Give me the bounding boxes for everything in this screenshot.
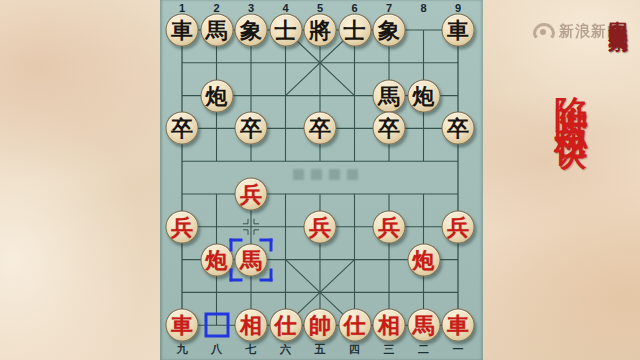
piece-glyph: 馬 [206,15,228,46]
piece-black-cannon[interactable]: 炮 [200,79,233,112]
piece-glyph: 炮 [206,80,228,111]
piece-glyph: 卒 [240,113,262,144]
piece-glyph: 相 [240,310,262,341]
file-label-top-8: 8 [420,2,426,14]
volume-title: 陷阱与秘诀 [548,70,593,120]
piece-glyph: 卒 [309,113,331,144]
piece-black-elephant[interactable]: 象 [235,14,268,47]
piece-red-soldier[interactable]: 兵 [166,210,199,243]
piece-glyph: 兵 [447,211,469,242]
piece-glyph: 仕 [275,310,297,341]
piece-black-advisor[interactable]: 士 [338,14,371,47]
piece-glyph: 仕 [344,310,366,341]
piece-red-horse[interactable]: 馬 [235,243,268,276]
file-label-bottom-4: 六 [280,343,291,356]
piece-red-soldier[interactable]: 兵 [373,210,406,243]
river-watermark [293,169,358,180]
board-grid [160,0,483,360]
piece-red-soldier[interactable]: 兵 [304,210,337,243]
piece-glyph: 車 [171,310,193,341]
piece-red-chariot[interactable]: 車 [166,309,199,342]
piece-glyph: 卒 [171,113,193,144]
piece-red-soldier[interactable]: 兵 [442,210,475,243]
piece-red-elephant[interactable]: 相 [235,309,268,342]
file-label-bottom-8: 二 [418,343,429,356]
piece-glyph: 象 [240,15,262,46]
piece-black-advisor[interactable]: 士 [269,14,302,47]
file-label-top-6: 6 [351,2,357,14]
file-label-bottom-6: 四 [349,343,360,356]
piece-glyph: 士 [344,15,366,46]
file-label-top-3: 3 [248,2,254,14]
piece-red-elephant[interactable]: 相 [373,309,406,342]
piece-glyph: 將 [309,15,331,46]
piece-glyph: 兵 [378,211,400,242]
channel-watermark-text: 新浪新闻 [559,22,623,41]
piece-glyph: 炮 [413,244,435,275]
file-label-bottom-1: 九 [177,343,188,356]
piece-glyph: 士 [275,15,297,46]
piece-black-elephant[interactable]: 象 [373,14,406,47]
file-label-bottom-5: 五 [315,343,326,356]
channel-logo-icon [533,23,555,41]
last-move-origin-marker [204,313,229,338]
file-label-bottom-9: 一 [453,343,464,356]
piece-red-advisor[interactable]: 仕 [338,309,371,342]
file-label-top-1: 1 [179,2,185,14]
file-label-bottom-3: 七 [246,343,257,356]
piece-black-horse[interactable]: 馬 [200,14,233,47]
file-label-bottom-2: 八 [211,343,222,356]
piece-glyph: 卒 [378,113,400,144]
xiangqi-board[interactable]: 123456789 九八七六五四三二一 車馬象士將士象車炮馬炮卒卒卒卒卒兵兵兵兵… [160,0,483,360]
file-label-top-4: 4 [282,2,288,14]
piece-red-cannon[interactable]: 炮 [407,243,440,276]
piece-black-general[interactable]: 將 [304,14,337,47]
piece-black-cannon[interactable]: 炮 [407,79,440,112]
piece-red-general[interactable]: 帥 [304,309,337,342]
piece-black-soldier[interactable]: 卒 [304,112,337,145]
piece-red-cannon[interactable]: 炮 [200,243,233,276]
file-label-top-9: 9 [455,2,461,14]
piece-red-horse[interactable]: 馬 [407,309,440,342]
piece-glyph: 兵 [240,179,262,210]
file-label-top-2: 2 [213,2,219,14]
piece-glyph: 象 [378,15,400,46]
piece-glyph: 卒 [447,113,469,144]
channel-watermark: 新浪新闻 [533,22,623,41]
piece-glyph: 馬 [240,244,262,275]
piece-black-chariot[interactable]: 車 [442,14,475,47]
piece-glyph: 炮 [206,244,228,275]
piece-glyph: 車 [447,15,469,46]
piece-black-soldier[interactable]: 卒 [373,112,406,145]
piece-black-soldier[interactable]: 卒 [442,112,475,145]
piece-glyph: 馬 [378,80,400,111]
piece-glyph: 帥 [309,310,331,341]
piece-glyph: 兵 [171,211,193,242]
file-label-top-7: 7 [386,2,392,14]
series-title: 中国象棋宝典系列 [605,5,631,21]
piece-black-soldier[interactable]: 卒 [235,112,268,145]
piece-red-chariot[interactable]: 車 [442,309,475,342]
piece-black-horse[interactable]: 馬 [373,79,406,112]
file-label-bottom-7: 三 [384,343,395,356]
piece-red-advisor[interactable]: 仕 [269,309,302,342]
piece-glyph: 馬 [413,310,435,341]
piece-black-chariot[interactable]: 車 [166,14,199,47]
piece-glyph: 車 [447,310,469,341]
piece-glyph: 車 [171,15,193,46]
piece-glyph: 相 [378,310,400,341]
piece-glyph: 炮 [413,80,435,111]
piece-glyph: 兵 [309,211,331,242]
file-label-top-5: 5 [317,2,323,14]
piece-black-soldier[interactable]: 卒 [166,112,199,145]
piece-red-soldier[interactable]: 兵 [235,178,268,211]
